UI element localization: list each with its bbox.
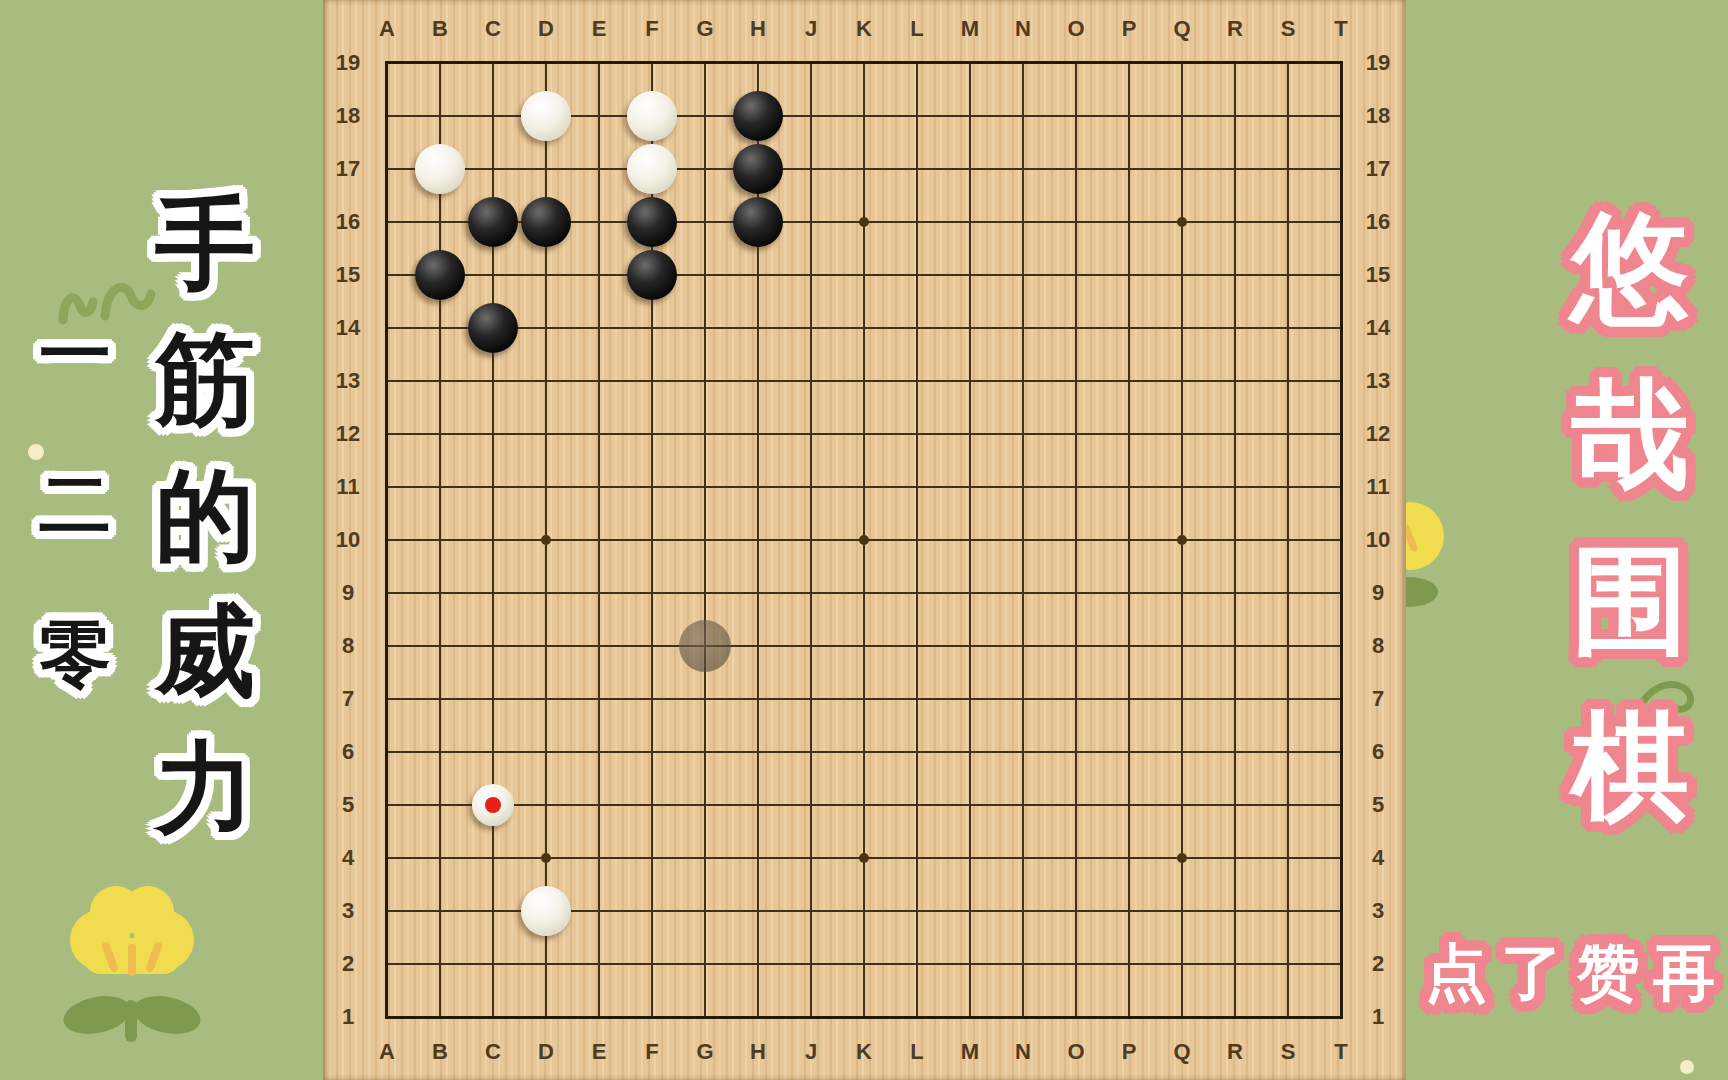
row-label-left: 4	[342, 845, 354, 871]
row-label-left: 18	[336, 103, 360, 129]
row-label-right: 3	[1372, 898, 1384, 924]
last-move-marker	[485, 797, 501, 813]
white-stone	[627, 91, 677, 141]
row-label-left: 10	[336, 527, 360, 553]
row-label-left: 1	[342, 1004, 354, 1030]
row-label-right: 1	[1372, 1004, 1384, 1030]
row-label-right: 10	[1366, 527, 1390, 553]
caption-char: 力	[155, 722, 255, 857]
row-label-right: 19	[1366, 50, 1390, 76]
flower-doodle-bottom-left	[52, 860, 212, 1060]
row-label-left: 19	[336, 50, 360, 76]
row-label-right: 6	[1372, 739, 1384, 765]
caption-char: 二	[39, 457, 111, 553]
black-stone	[627, 197, 677, 247]
black-stone	[415, 250, 465, 300]
row-label-right: 8	[1372, 633, 1384, 659]
row-label-left: 5	[342, 792, 354, 818]
black-stone	[733, 144, 783, 194]
row-label-left: 13	[336, 368, 360, 394]
row-label-right: 12	[1366, 421, 1390, 447]
row-label-right: 11	[1366, 474, 1389, 500]
white-stone-last-move	[472, 784, 514, 826]
row-label-left: 12	[336, 421, 360, 447]
caption-char: 手	[155, 178, 255, 313]
go-app-screen: AABBCCDDEEFFGGHHJJKKLLMMNNOOPPQQRRSSTT19…	[0, 0, 1728, 1080]
row-label-left: 16	[336, 209, 360, 235]
row-label-right: 5	[1372, 792, 1384, 818]
row-label-right: 17	[1366, 156, 1390, 182]
row-label-left: 2	[342, 951, 354, 977]
row-label-left: 17	[336, 156, 360, 182]
caption-char: 围	[1571, 522, 1689, 682]
row-label-right: 18	[1366, 103, 1390, 129]
caption-char: 筋	[155, 314, 255, 449]
white-stone	[415, 144, 465, 194]
black-stone	[468, 197, 518, 247]
row-label-left: 9	[342, 580, 354, 606]
white-stone	[627, 144, 677, 194]
white-stone	[521, 886, 571, 936]
row-label-right: 9	[1372, 580, 1384, 606]
board-grid[interactable]	[360, 36, 1367, 1043]
pale-dot-bottom-right	[1680, 1060, 1694, 1074]
caption-char: 哉	[1571, 356, 1689, 516]
row-label-right: 13	[1366, 368, 1390, 394]
row-label-right: 7	[1372, 686, 1384, 712]
row-label-left: 6	[342, 739, 354, 765]
black-stone	[733, 197, 783, 247]
ghost-stone-preview	[679, 620, 731, 672]
caption-char: 棋	[1571, 688, 1689, 848]
row-label-right: 2	[1372, 951, 1384, 977]
caption-char: 威	[155, 586, 255, 721]
row-label-left: 14	[336, 315, 360, 341]
black-stone	[627, 250, 677, 300]
black-stone	[468, 303, 518, 353]
black-stone	[733, 91, 783, 141]
white-stone	[521, 91, 571, 141]
row-label-left: 11	[336, 474, 359, 500]
caption-char: 悠	[1571, 190, 1689, 350]
row-label-left: 15	[336, 262, 360, 288]
caption-char: 一	[39, 307, 111, 403]
row-label-right: 4	[1372, 845, 1384, 871]
go-board: AABBCCDDEEFFGGHHJJKKLLMMNNOOPPQQRRSSTT19…	[323, 0, 1406, 1080]
caption-bottom-right: 点了赞再	[1425, 931, 1728, 1015]
row-label-right: 14	[1366, 315, 1390, 341]
caption-char: 零	[39, 607, 111, 703]
caption-char: 的	[155, 450, 255, 585]
black-stone	[521, 197, 571, 247]
row-label-right: 15	[1366, 262, 1390, 288]
row-label-left: 3	[342, 898, 354, 924]
row-label-left: 7	[342, 686, 354, 712]
row-label-left: 8	[342, 633, 354, 659]
row-label-right: 16	[1366, 209, 1390, 235]
